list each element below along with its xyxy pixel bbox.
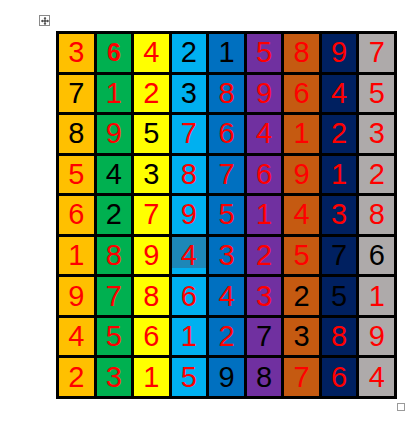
cell-digit: 2 [106, 200, 122, 229]
sudoku-cell-r5c8[interactable]: 3 [322, 196, 357, 234]
cell-digit: 6 [256, 160, 272, 189]
sudoku-cell-r2c9[interactable]: 5 [359, 75, 394, 113]
cell-digit: 9 [218, 363, 234, 392]
sudoku-cell-r2c7[interactable]: 6 [284, 75, 319, 113]
cell-digit: 3 [369, 119, 385, 148]
sudoku-cell-r8c8[interactable]: 8 [322, 318, 357, 356]
cell-digit: 8 [294, 38, 310, 67]
sudoku-cell-r4c2[interactable]: 4 [97, 156, 132, 194]
cell-digit: 6 [294, 79, 310, 108]
cell-digit: 2 [256, 241, 272, 270]
sudoku-cell-r1c8[interactable]: 9 [322, 34, 357, 72]
cell-digit: 3 [143, 160, 159, 189]
table-move-handle[interactable] [39, 15, 50, 26]
cell-digit: 9 [294, 160, 310, 189]
cell-digit: 8 [369, 200, 385, 229]
sudoku-cell-r1c1[interactable]: 3 [59, 34, 94, 72]
cell-digit: 7 [68, 79, 84, 108]
cell-digit: 9 [331, 38, 347, 67]
sudoku-cell-r2c3[interactable]: 2 [134, 75, 169, 113]
sudoku-cell-r7c6[interactable]: 3 [247, 277, 282, 315]
sudoku-cell-r7c5[interactable]: 4 [209, 277, 244, 315]
cell-digit: 8 [331, 322, 347, 351]
cell-digit: 4 [256, 119, 272, 148]
cell-digit: 7 [294, 363, 310, 392]
cell-digit: 1 [68, 241, 84, 270]
sudoku-cell-r5c2[interactable]: 2 [97, 196, 132, 234]
cell-digit: 6 [107, 40, 121, 65]
cell-digit: 1 [143, 363, 159, 392]
sudoku-cell-r6c7[interactable]: 5 [284, 237, 319, 275]
sudoku-cell-r2c8[interactable]: 4 [322, 75, 357, 113]
sudoku-cell-r1c4[interactable]: 2 [172, 34, 207, 72]
sudoku-cell-r3c1[interactable]: 8 [59, 115, 94, 153]
sudoku-cell-r5c1[interactable]: 6 [59, 196, 94, 234]
sudoku-cell-r1c5[interactable]: 1 [209, 34, 244, 72]
sudoku-cell-r9c9[interactable]: 4 [359, 358, 394, 396]
cell-digit: 5 [331, 282, 347, 311]
sudoku-cell-r2c2[interactable]: 1 [97, 75, 132, 113]
cell-digit: 5 [106, 322, 122, 351]
sudoku-cell-r9c8[interactable]: 6 [322, 358, 357, 396]
sudoku-cell-r8c4[interactable]: 1 [172, 318, 207, 356]
sudoku-cell-r3c4[interactable]: 7 [172, 115, 207, 153]
sudoku-cell-r5c5[interactable]: 5 [209, 196, 244, 234]
cell-digit: 2 [218, 322, 234, 351]
cell-digit: 9 [181, 200, 197, 229]
sudoku-cell-r7c7[interactable]: 2 [284, 277, 319, 315]
sudoku-cell-r4c9[interactable]: 2 [359, 156, 394, 194]
cell-digit: 2 [68, 363, 84, 392]
sudoku-cell-r7c2[interactable]: 7 [97, 277, 132, 315]
sudoku-cell-r3c7[interactable]: 1 [284, 115, 319, 153]
cell-digit: 9 [106, 119, 122, 148]
cell-digit: 7 [143, 200, 159, 229]
cell-digit: 7 [256, 322, 272, 351]
cell-digit: 2 [143, 79, 159, 108]
sudoku-cell-r2c5[interactable]: 8 [209, 75, 244, 113]
cell-digit: 1 [218, 38, 234, 67]
document-page: 3642158977123896458957641235438769126279… [0, 0, 411, 427]
sudoku-cell-r8c2[interactable]: 5 [97, 318, 132, 356]
cell-digit: 2 [369, 160, 385, 189]
cell-digit: 9 [369, 322, 385, 351]
sudoku-cell-r1c7[interactable]: 8 [284, 34, 319, 72]
sudoku-cell-r5c9[interactable]: 8 [359, 196, 394, 234]
cell-digit: 5 [68, 160, 84, 189]
cell-digit: 1 [294, 119, 310, 148]
cell-digit: 4 [181, 241, 197, 270]
sudoku-cell-r1c2[interactable]: 6 [97, 34, 132, 72]
cell-digit: 5 [143, 119, 159, 148]
cell-digit: 4 [294, 200, 310, 229]
sudoku-cell-r6c4[interactable]: 4 [172, 237, 207, 275]
sudoku-cell-r3c9[interactable]: 3 [359, 115, 394, 153]
cell-digit: 3 [294, 322, 310, 351]
cell-digit: 3 [331, 200, 347, 229]
cell-digit: 7 [106, 282, 122, 311]
cell-digit: 5 [181, 363, 197, 392]
sudoku-cell-r6c8[interactable]: 7 [322, 237, 357, 275]
cell-digit: 1 [331, 160, 347, 189]
sudoku-cell-r4c4[interactable]: 8 [172, 156, 207, 194]
sudoku-cell-r6c1[interactable]: 1 [59, 237, 94, 275]
cell-digit: 5 [369, 79, 385, 108]
sudoku-cell-r9c7[interactable]: 7 [284, 358, 319, 396]
sudoku-cell-r1c9[interactable]: 7 [359, 34, 394, 72]
cell-digit: 7 [331, 241, 347, 270]
sudoku-cell-r5c6[interactable]: 1 [247, 196, 282, 234]
sudoku-cell-r9c4[interactable]: 5 [172, 358, 207, 396]
cell-digit: 5 [218, 200, 234, 229]
cell-digit: 8 [106, 241, 122, 270]
sudoku-cell-r5c4[interactable]: 9 [172, 196, 207, 234]
cell-digit: 3 [106, 363, 122, 392]
cell-digit: 2 [181, 38, 197, 67]
table-resize-handle[interactable] [397, 403, 405, 411]
cell-digit: 7 [181, 119, 197, 148]
cell-digit: 2 [294, 282, 310, 311]
cell-digit: 7 [218, 160, 234, 189]
sudoku-cell-r6c6[interactable]: 2 [247, 237, 282, 275]
cell-digit: 3 [181, 79, 197, 108]
cell-digit: 4 [369, 363, 385, 392]
cell-digit: 8 [218, 79, 234, 108]
sudoku-cell-r3c8[interactable]: 2 [322, 115, 357, 153]
cell-digit: 3 [68, 38, 84, 67]
sudoku-cell-r6c5[interactable]: 3 [209, 237, 244, 275]
sudoku-cell-r9c5[interactable]: 9 [209, 358, 244, 396]
sudoku-cell-r9c1[interactable]: 2 [59, 358, 94, 396]
cell-digit: 6 [331, 363, 347, 392]
cell-digit: 4 [331, 79, 347, 108]
sudoku-cell-r7c1[interactable]: 9 [59, 277, 94, 315]
cell-digit: 6 [369, 241, 385, 270]
cell-digit: 5 [294, 241, 310, 270]
sudoku-cell-r2c1[interactable]: 7 [59, 75, 94, 113]
sudoku-cell-r3c3[interactable]: 5 [134, 115, 169, 153]
cell-digit: 9 [68, 282, 84, 311]
cell-digit: 6 [68, 200, 84, 229]
sudoku-cell-r8c3[interactable]: 6 [134, 318, 169, 356]
cell-digit: 2 [331, 119, 347, 148]
sudoku-cell-r8c9[interactable]: 9 [359, 318, 394, 356]
cell-digit: 6 [218, 119, 234, 148]
sudoku-cell-r2c6[interactable]: 9 [247, 75, 282, 113]
sudoku-cell-r5c7[interactable]: 4 [284, 196, 319, 234]
sudoku-cell-r8c6[interactable]: 7 [247, 318, 282, 356]
cell-digit: 5 [256, 38, 272, 67]
move-arrows-icon [41, 17, 49, 25]
cell-digit: 7 [369, 38, 385, 67]
sudoku-cell-r4c1[interactable]: 5 [59, 156, 94, 194]
sudoku-cell-r9c6[interactable]: 8 [247, 358, 282, 396]
cell-digit: 3 [218, 241, 234, 270]
cell-digit: 6 [143, 322, 159, 351]
cell-digit: 8 [143, 282, 159, 311]
cell-digit: 3 [256, 282, 272, 311]
cell-digit: 4 [68, 322, 84, 351]
cell-digit: 1 [181, 322, 197, 351]
cell-digit: 8 [256, 363, 272, 392]
sudoku-cell-r7c8[interactable]: 5 [322, 277, 357, 315]
sudoku-cell-r9c2[interactable]: 3 [97, 358, 132, 396]
cell-digit: 1 [106, 79, 122, 108]
sudoku-cell-r3c2[interactable]: 9 [97, 115, 132, 153]
sudoku-cell-r1c6[interactable]: 5 [247, 34, 282, 72]
sudoku-cell-r6c3[interactable]: 9 [134, 237, 169, 275]
cell-digit: 1 [256, 200, 272, 229]
sudoku-cell-r4c3[interactable]: 3 [134, 156, 169, 194]
sudoku-cell-r3c5[interactable]: 6 [209, 115, 244, 153]
sudoku-cell-r3c6[interactable]: 4 [247, 115, 282, 153]
sudoku-cell-r7c9[interactable]: 1 [359, 277, 394, 315]
sudoku-cell-r5c3[interactable]: 7 [134, 196, 169, 234]
cell-digit: 4 [143, 38, 159, 67]
cell-digit: 4 [106, 160, 122, 189]
sudoku-board: 3642158977123896458957641235438769126279… [56, 31, 397, 399]
sudoku-cell-r9c3[interactable]: 1 [134, 358, 169, 396]
sudoku-cell-r7c4[interactable]: 6 [172, 277, 207, 315]
cell-digit: 9 [143, 241, 159, 270]
sudoku-cell-r4c6[interactable]: 6 [247, 156, 282, 194]
sudoku-cell-r4c7[interactable]: 9 [284, 156, 319, 194]
sudoku-cell-r6c9[interactable]: 6 [359, 237, 394, 275]
cell-digit: 6 [181, 282, 197, 311]
sudoku-cell-r8c1[interactable]: 4 [59, 318, 94, 356]
sudoku-cell-r8c5[interactable]: 2 [209, 318, 244, 356]
cell-digit: 4 [218, 282, 234, 311]
sudoku-cell-r8c7[interactable]: 3 [284, 318, 319, 356]
sudoku-cell-r4c8[interactable]: 1 [322, 156, 357, 194]
cell-digit: 1 [369, 282, 385, 311]
cell-digit: 9 [256, 79, 272, 108]
sudoku-cell-r7c3[interactable]: 8 [134, 277, 169, 315]
sudoku-cell-r1c3[interactable]: 4 [134, 34, 169, 72]
cell-digit: 8 [68, 119, 84, 148]
sudoku-cell-r4c5[interactable]: 7 [209, 156, 244, 194]
sudoku-cell-r6c2[interactable]: 8 [97, 237, 132, 275]
cell-digit: 8 [181, 160, 197, 189]
sudoku-cell-r2c4[interactable]: 3 [172, 75, 207, 113]
